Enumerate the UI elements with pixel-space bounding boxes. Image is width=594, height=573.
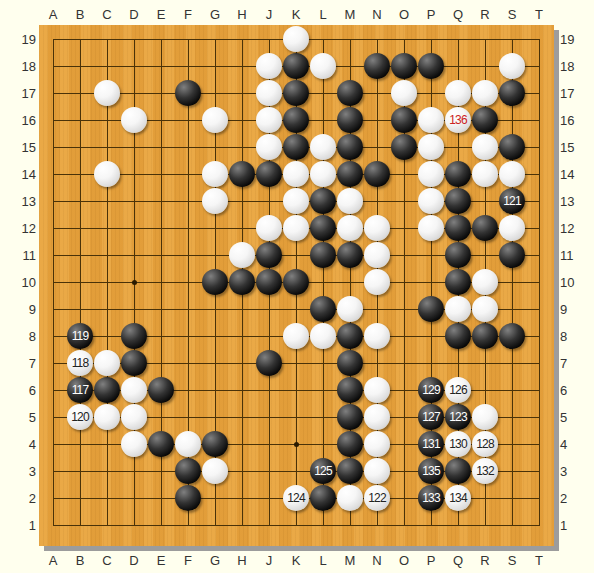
coord-label-T-col: T [529,5,549,23]
move-number-118: 118 [72,357,89,369]
coord-label-S-col: S [502,5,522,23]
coord-label-B-col: B [70,5,90,23]
black-stone-G10 [202,269,228,295]
black-stone-M17 [337,80,363,106]
move-number-130: 130 [449,438,467,450]
white-stone-D5 [121,404,147,430]
coord-label-19right: 19 [560,30,590,48]
white-stone-J16 [256,107,282,133]
coord-label-16right: 16 [560,111,590,129]
move-number-127: 127 [422,411,440,423]
white-stone-Q4: 130 [445,431,471,457]
coord-label-T-col: T [529,551,549,569]
black-stone-M3 [337,458,363,484]
coord-label-6right: 6 [560,381,590,399]
black-stone-M11 [337,242,363,268]
white-stone-C5 [94,404,120,430]
white-stone-J12 [256,215,282,241]
move-number-131: 131 [422,438,440,450]
black-stone-Q8 [445,323,471,349]
white-stone-K8 [283,323,309,349]
black-stone-Q10 [445,269,471,295]
move-number-129: 129 [422,384,440,396]
white-stone-C17 [94,80,120,106]
white-stone-N2: 122 [364,485,390,511]
white-stone-Q6: 126 [445,377,471,403]
coord-label-L-col: L [313,551,333,569]
coord-label-1left: 1 [6,516,36,534]
black-stone-M14 [337,161,363,187]
black-stone-S8 [499,323,525,349]
black-stone-O16 [391,107,417,133]
coord-label-3right: 3 [560,462,590,480]
black-stone-K17 [283,80,309,106]
coord-label-8right: 8 [560,327,590,345]
coord-label-4right: 4 [560,435,590,453]
white-stone-L18 [310,53,336,79]
coord-label-B-col: B [70,551,90,569]
coord-label-R-col: R [475,5,495,23]
black-stone-L9 [310,296,336,322]
white-stone-L14 [310,161,336,187]
black-stone-P18 [418,53,444,79]
move-number-122: 122 [368,492,386,504]
black-stone-K18 [283,53,309,79]
white-stone-P15 [418,134,444,160]
white-stone-R17 [472,80,498,106]
white-stone-D16 [121,107,147,133]
black-stone-E6 [148,377,174,403]
move-number-120: 120 [71,411,89,423]
black-stone-L11 [310,242,336,268]
white-stone-N4 [364,431,390,457]
coord-label-O-col: O [394,551,414,569]
white-stone-H11 [229,242,255,268]
coord-label-13right: 13 [560,192,590,210]
white-stone-F4 [175,431,201,457]
black-stone-J10 [256,269,282,295]
move-number-135: 135 [422,465,440,477]
white-stone-G3 [202,458,228,484]
black-stone-M4 [337,431,363,457]
black-stone-N14 [364,161,390,187]
coord-label-K-col: K [286,551,306,569]
white-stone-R10 [472,269,498,295]
grid-line-vertical [512,39,513,526]
coord-label-3left: 3 [6,462,36,480]
black-stone-N18 [364,53,390,79]
white-stone-D4 [121,431,147,457]
black-stone-H14 [229,161,255,187]
white-stone-P14 [418,161,444,187]
white-stone-K12 [283,215,309,241]
black-stone-G4 [202,431,228,457]
coord-label-8left: 8 [6,327,36,345]
star-point-D10 [132,280,137,285]
white-stone-M13 [337,188,363,214]
white-stone-J15 [256,134,282,160]
coord-label-D-col: D [124,551,144,569]
white-stone-K14 [283,161,309,187]
coord-label-11right: 11 [560,246,590,264]
coord-label-18left: 18 [6,57,36,75]
black-stone-Q13 [445,188,471,214]
black-stone-B8: 119 [67,323,93,349]
coord-label-S-col: S [502,551,522,569]
black-stone-F2 [175,485,201,511]
coord-label-16left: 16 [6,111,36,129]
white-stone-G16 [202,107,228,133]
black-stone-B6: 117 [67,377,93,403]
coord-label-14right: 14 [560,165,590,183]
white-stone-N12 [364,215,390,241]
black-stone-P5: 127 [418,404,444,430]
coord-label-C-col: C [97,551,117,569]
move-number-121: 121 [503,195,521,207]
black-stone-L12 [310,215,336,241]
grid-line-vertical [539,39,540,526]
white-stone-Q2: 134 [445,485,471,511]
coord-label-E-col: E [151,551,171,569]
black-stone-D7 [121,350,147,376]
white-stone-D6 [121,377,147,403]
move-number-123: 123 [449,411,467,423]
move-number-133: 133 [422,492,440,504]
black-stone-P6: 129 [418,377,444,403]
coord-label-12left: 12 [6,219,36,237]
black-stone-M5 [337,404,363,430]
coord-label-M-col: M [340,551,360,569]
coord-label-A-col: A [43,551,63,569]
coord-label-6left: 6 [6,381,36,399]
white-stone-N8 [364,323,390,349]
black-stone-O15 [391,134,417,160]
move-number-136: 136 [449,114,467,126]
black-stone-M8 [337,323,363,349]
black-stone-Q12 [445,215,471,241]
white-stone-C14 [94,161,120,187]
coord-label-P-col: P [421,551,441,569]
white-stone-M9 [337,296,363,322]
white-stone-R4: 128 [472,431,498,457]
coord-label-9left: 9 [6,300,36,318]
coord-label-P-col: P [421,5,441,23]
white-stone-K13 [283,188,309,214]
coord-label-L-col: L [313,5,333,23]
black-stone-S13: 121 [499,188,525,214]
coord-label-18right: 18 [560,57,590,75]
white-stone-K19 [283,26,309,52]
black-stone-P9 [418,296,444,322]
white-stone-C7 [94,350,120,376]
white-stone-J18 [256,53,282,79]
white-stone-M2 [337,485,363,511]
white-stone-R14 [472,161,498,187]
coord-label-5right: 5 [560,408,590,426]
coord-label-2right: 2 [560,489,590,507]
white-stone-P12 [418,215,444,241]
black-stone-Q11 [445,242,471,268]
black-stone-L3: 125 [310,458,336,484]
black-stone-Q3 [445,458,471,484]
coord-label-C-col: C [97,5,117,23]
black-stone-R12 [472,215,498,241]
white-stone-N3 [364,458,390,484]
white-stone-L8 [310,323,336,349]
white-stone-R15 [472,134,498,160]
move-number-124: 124 [287,492,305,504]
white-stone-J17 [256,80,282,106]
coord-label-Q-col: Q [448,551,468,569]
coord-label-2left: 2 [6,489,36,507]
coord-label-13left: 13 [6,192,36,210]
black-stone-J14 [256,161,282,187]
coord-label-11left: 11 [6,246,36,264]
black-stone-O18 [391,53,417,79]
coord-label-M-col: M [340,5,360,23]
coord-label-H-col: H [232,551,252,569]
grid-line-horizontal [53,525,540,526]
white-stone-S12 [499,215,525,241]
coord-label-12right: 12 [560,219,590,237]
coord-label-F-col: F [178,551,198,569]
move-number-117: 117 [72,384,89,396]
white-stone-B5: 120 [67,404,93,430]
move-number-134: 134 [449,492,467,504]
move-number-132: 132 [476,465,494,477]
coord-label-9right: 9 [560,300,590,318]
black-stone-C6 [94,377,120,403]
black-stone-E4 [148,431,174,457]
white-stone-R3: 132 [472,458,498,484]
coord-label-J-col: J [259,551,279,569]
black-stone-K15 [283,134,309,160]
coord-label-E-col: E [151,5,171,23]
coord-label-7right: 7 [560,354,590,372]
coord-label-F-col: F [178,5,198,23]
black-stone-H10 [229,269,255,295]
coord-label-A-col: A [43,5,63,23]
coord-label-7left: 7 [6,354,36,372]
coord-label-N-col: N [367,551,387,569]
black-stone-D8 [121,323,147,349]
black-stone-R8 [472,323,498,349]
black-stone-S11 [499,242,525,268]
white-stone-Q16: 136 [445,107,471,133]
black-stone-L2 [310,485,336,511]
white-stone-S18 [499,53,525,79]
white-stone-P13 [418,188,444,214]
black-stone-M15 [337,134,363,160]
white-stone-P16 [418,107,444,133]
black-stone-F17 [175,80,201,106]
coord-label-10right: 10 [560,273,590,291]
coord-label-J-col: J [259,5,279,23]
black-stone-K16 [283,107,309,133]
black-stone-S17 [499,80,525,106]
white-stone-N6 [364,377,390,403]
white-stone-N10 [364,269,390,295]
white-stone-Q9 [445,296,471,322]
go-diagram-page: ABCDEFGHJKLMNOPQRST ABCDEFGHJKLMNOPQRST … [0,0,594,573]
coord-label-R-col: R [475,551,495,569]
move-number-119: 119 [72,330,89,342]
white-stone-N5 [364,404,390,430]
black-stone-M16 [337,107,363,133]
white-stone-R9 [472,296,498,322]
coord-label-5left: 5 [6,408,36,426]
white-stone-G14 [202,161,228,187]
black-stone-Q14 [445,161,471,187]
black-stone-F3 [175,458,201,484]
coord-label-N-col: N [367,5,387,23]
white-stone-L15 [310,134,336,160]
black-stone-M7 [337,350,363,376]
coord-label-14left: 14 [6,165,36,183]
black-stone-P2: 133 [418,485,444,511]
black-stone-J11 [256,242,282,268]
coord-label-G-col: G [205,5,225,23]
black-stone-Q5: 123 [445,404,471,430]
coord-label-Q-col: Q [448,5,468,23]
grid-line-vertical [323,39,324,526]
coord-label-D-col: D [124,5,144,23]
black-stone-P4: 131 [418,431,444,457]
white-stone-S14 [499,161,525,187]
coord-label-O-col: O [394,5,414,23]
white-stone-K2: 124 [283,485,309,511]
move-number-125: 125 [314,465,332,477]
coord-label-17right: 17 [560,84,590,102]
white-stone-R5 [472,404,498,430]
white-stone-N11 [364,242,390,268]
go-board-surface[interactable]: 1211191171291271231311251351331361181261… [39,25,554,546]
black-stone-M6 [337,377,363,403]
coord-label-4left: 4 [6,435,36,453]
coord-label-K-col: K [286,5,306,23]
black-stone-K10 [283,269,309,295]
coord-label-H-col: H [232,5,252,23]
white-stone-Q17 [445,80,471,106]
black-stone-J7 [256,350,282,376]
coord-label-15left: 15 [6,138,36,156]
black-stone-R16 [472,107,498,133]
black-stone-S15 [499,134,525,160]
coord-label-G-col: G [205,551,225,569]
black-stone-L13 [310,188,336,214]
white-stone-B7: 118 [67,350,93,376]
white-stone-G13 [202,188,228,214]
coord-label-1right: 1 [560,516,590,534]
coord-label-15right: 15 [560,138,590,156]
coord-label-19left: 19 [6,30,36,48]
coord-label-10left: 10 [6,273,36,291]
coord-label-17left: 17 [6,84,36,102]
move-number-128: 128 [476,438,494,450]
star-point-K4 [294,442,299,447]
move-number-126: 126 [449,384,467,396]
white-stone-M12 [337,215,363,241]
white-stone-O17 [391,80,417,106]
black-stone-P3: 135 [418,458,444,484]
